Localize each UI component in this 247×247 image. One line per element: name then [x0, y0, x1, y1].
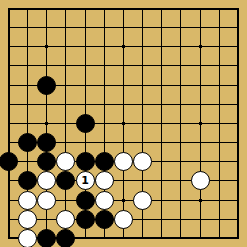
black-stone	[95, 152, 114, 171]
black-stone	[18, 133, 37, 152]
hoshi-point	[199, 122, 202, 125]
hoshi-point	[122, 199, 125, 202]
black-stone	[37, 152, 56, 171]
white-stone	[114, 210, 133, 229]
black-stone	[76, 210, 95, 229]
white-stone	[18, 191, 37, 210]
black-stone	[76, 152, 95, 171]
white-stone	[56, 210, 75, 229]
white-stone	[37, 171, 56, 190]
go-diagram-screenshot: 1	[0, 0, 247, 247]
black-stone	[95, 210, 114, 229]
move-number-label: 1	[81, 175, 89, 186]
white-stone	[56, 152, 75, 171]
hoshi-point	[199, 199, 202, 202]
board-edge-line	[237, 8, 239, 240]
black-stone	[18, 171, 37, 190]
grid-line	[219, 8, 220, 240]
white-stone	[191, 171, 210, 190]
white-stone	[133, 152, 152, 171]
hoshi-point	[45, 122, 48, 125]
white-stone	[133, 191, 152, 210]
black-stone	[76, 191, 95, 210]
white-stone	[18, 210, 37, 229]
grid-line	[161, 8, 162, 240]
white-stone	[37, 191, 56, 210]
hoshi-point	[122, 45, 125, 48]
black-stone	[37, 229, 56, 247]
black-stone	[37, 133, 56, 152]
black-stone	[0, 152, 18, 171]
black-stone	[56, 229, 75, 247]
white-stone-move-1: 1	[76, 171, 95, 190]
white-stone	[95, 171, 114, 190]
hoshi-point	[199, 45, 202, 48]
black-stone	[56, 171, 75, 190]
hoshi-point	[45, 45, 48, 48]
hoshi-point	[122, 122, 125, 125]
black-stone	[37, 76, 56, 95]
black-stone	[76, 114, 95, 133]
white-stone	[114, 152, 133, 171]
go-board[interactable]: 1	[0, 0, 247, 247]
grid-line	[180, 8, 181, 240]
white-stone	[95, 191, 114, 210]
white-stone	[18, 229, 37, 247]
